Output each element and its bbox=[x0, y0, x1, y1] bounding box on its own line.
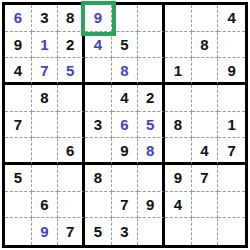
cell-r9c2[interactable]: 9 bbox=[32, 218, 59, 245]
cell-r8c5[interactable]: 7 bbox=[112, 192, 139, 219]
cell-r1c4[interactable]: 9 bbox=[85, 5, 112, 32]
cell-r3c1[interactable]: 4 bbox=[5, 58, 32, 85]
cell-r6c6[interactable]: 8 bbox=[138, 138, 165, 165]
cell-r2c9[interactable] bbox=[218, 32, 245, 59]
cell-r4c6[interactable]: 2 bbox=[138, 85, 165, 112]
cell-r7c7[interactable]: 9 bbox=[165, 165, 192, 192]
cell-r7c6[interactable] bbox=[138, 165, 165, 192]
cell-r9c5[interactable]: 3 bbox=[112, 218, 139, 245]
cell-r7c8[interactable]: 7 bbox=[192, 165, 219, 192]
cell-r3c4[interactable] bbox=[85, 58, 112, 85]
cell-r3c2[interactable]: 7 bbox=[32, 58, 59, 85]
sudoku-grid: 6389491245847581984273658169847589767949… bbox=[5, 5, 245, 245]
cell-r7c4[interactable]: 8 bbox=[85, 165, 112, 192]
cell-r3c6[interactable] bbox=[138, 58, 165, 85]
cell-r2c8[interactable]: 8 bbox=[192, 32, 219, 59]
cell-r5c8[interactable] bbox=[192, 112, 219, 139]
cell-r1c8[interactable] bbox=[192, 5, 219, 32]
cell-r4c4[interactable] bbox=[85, 85, 112, 112]
cell-r6c5[interactable]: 9 bbox=[112, 138, 139, 165]
cell-r1c9[interactable]: 4 bbox=[218, 5, 245, 32]
cell-r9c6[interactable] bbox=[138, 218, 165, 245]
cell-r5c9[interactable]: 1 bbox=[218, 112, 245, 139]
cell-r9c9[interactable] bbox=[218, 218, 245, 245]
cell-r3c5[interactable]: 8 bbox=[112, 58, 139, 85]
cell-r8c7[interactable]: 4 bbox=[165, 192, 192, 219]
cell-r3c3[interactable]: 5 bbox=[58, 58, 85, 85]
cell-r5c6[interactable]: 5 bbox=[138, 112, 165, 139]
cell-r1c5[interactable] bbox=[112, 5, 139, 32]
cell-r3c9[interactable]: 9 bbox=[218, 58, 245, 85]
cell-r4c3[interactable] bbox=[58, 85, 85, 112]
cell-r1c1[interactable]: 6 bbox=[5, 5, 32, 32]
cell-r2c6[interactable] bbox=[138, 32, 165, 59]
cell-r4c5[interactable]: 4 bbox=[112, 85, 139, 112]
cell-r2c5[interactable]: 5 bbox=[112, 32, 139, 59]
cell-r8c8[interactable] bbox=[192, 192, 219, 219]
cell-r9c3[interactable]: 7 bbox=[58, 218, 85, 245]
cell-r4c7[interactable] bbox=[165, 85, 192, 112]
cell-r7c1[interactable]: 5 bbox=[5, 165, 32, 192]
cell-r8c2[interactable]: 6 bbox=[32, 192, 59, 219]
cell-r7c5[interactable] bbox=[112, 165, 139, 192]
cell-r6c1[interactable] bbox=[5, 138, 32, 165]
cell-r4c9[interactable] bbox=[218, 85, 245, 112]
cell-r9c1[interactable] bbox=[5, 218, 32, 245]
cell-r3c8[interactable] bbox=[192, 58, 219, 85]
cell-r8c4[interactable] bbox=[85, 192, 112, 219]
cell-r9c4[interactable]: 5 bbox=[85, 218, 112, 245]
cell-r9c8[interactable] bbox=[192, 218, 219, 245]
cell-r8c3[interactable] bbox=[58, 192, 85, 219]
cell-r5c2[interactable] bbox=[32, 112, 59, 139]
cell-r5c1[interactable]: 7 bbox=[5, 112, 32, 139]
cell-r4c2[interactable]: 8 bbox=[32, 85, 59, 112]
cell-r8c1[interactable] bbox=[5, 192, 32, 219]
cell-r6c8[interactable]: 4 bbox=[192, 138, 219, 165]
cell-r6c4[interactable] bbox=[85, 138, 112, 165]
cell-r7c2[interactable] bbox=[32, 165, 59, 192]
cell-r6c7[interactable] bbox=[165, 138, 192, 165]
cell-r7c3[interactable] bbox=[58, 165, 85, 192]
cell-r1c3[interactable]: 8 bbox=[58, 5, 85, 32]
sudoku-board: 6389491245847581984273658169847589767949… bbox=[2, 2, 248, 248]
cell-r9c7[interactable] bbox=[165, 218, 192, 245]
cell-r7c9[interactable] bbox=[218, 165, 245, 192]
cell-r8c6[interactable]: 9 bbox=[138, 192, 165, 219]
cell-r6c2[interactable] bbox=[32, 138, 59, 165]
cell-r8c9[interactable] bbox=[218, 192, 245, 219]
cell-r6c3[interactable]: 6 bbox=[58, 138, 85, 165]
cell-r2c3[interactable]: 2 bbox=[58, 32, 85, 59]
cell-r1c7[interactable] bbox=[165, 5, 192, 32]
cell-r2c7[interactable] bbox=[165, 32, 192, 59]
cell-r5c4[interactable]: 3 bbox=[85, 112, 112, 139]
cell-r2c2[interactable]: 1 bbox=[32, 32, 59, 59]
cell-r5c3[interactable] bbox=[58, 112, 85, 139]
cell-r6c9[interactable]: 7 bbox=[218, 138, 245, 165]
cell-r1c6[interactable] bbox=[138, 5, 165, 32]
cell-r2c4[interactable]: 4 bbox=[85, 32, 112, 59]
cell-r2c1[interactable]: 9 bbox=[5, 32, 32, 59]
cell-r5c7[interactable]: 8 bbox=[165, 112, 192, 139]
cell-r4c8[interactable] bbox=[192, 85, 219, 112]
cell-r5c5[interactable]: 6 bbox=[112, 112, 139, 139]
cell-r4c1[interactable] bbox=[5, 85, 32, 112]
cell-r1c2[interactable]: 3 bbox=[32, 5, 59, 32]
cell-r3c7[interactable]: 1 bbox=[165, 58, 192, 85]
